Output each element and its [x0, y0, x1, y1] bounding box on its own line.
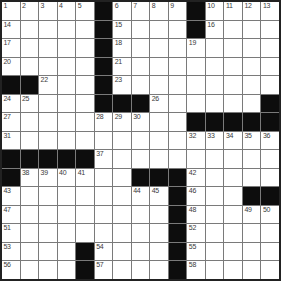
cell-r13c6[interactable]: [95, 224, 113, 242]
clue-number-16: 16: [207, 21, 214, 29]
cell-r15c12[interactable]: [206, 261, 224, 279]
cell-r2c5[interactable]: [76, 21, 94, 39]
cell-r8c11[interactable]: 32: [187, 132, 205, 150]
cell-r8c5[interactable]: [76, 132, 94, 150]
cell-r12c6[interactable]: [95, 206, 113, 224]
cell-r3c9[interactable]: [150, 39, 168, 57]
cell-r7c9[interactable]: [150, 113, 168, 131]
clue-number-4: 4: [59, 2, 63, 10]
cell-r15c7[interactable]: [113, 261, 131, 279]
cell-r3c8[interactable]: [132, 39, 150, 57]
cell-r8c15[interactable]: 36: [261, 132, 279, 150]
cell-r11c5[interactable]: [76, 187, 94, 205]
clue-number-2: 2: [22, 2, 26, 10]
cell-r10c7[interactable]: [113, 169, 131, 187]
cell-r15c15[interactable]: [261, 261, 279, 279]
cell-r1c2[interactable]: 2: [21, 2, 39, 20]
cell-r12c12[interactable]: [206, 206, 224, 224]
clue-number-58: 58: [189, 261, 196, 269]
cell-r4c1[interactable]: 20: [2, 58, 20, 76]
cell-r1c3[interactable]: 3: [39, 2, 57, 20]
clue-number-3: 3: [41, 2, 45, 10]
cell-r12c5[interactable]: [76, 206, 94, 224]
black-cell-r15c10: [169, 261, 187, 279]
cell-r11c6[interactable]: [95, 187, 113, 205]
cell-r10c11[interactable]: 42: [187, 169, 205, 187]
cell-r5c4[interactable]: [58, 76, 76, 94]
clue-number-23: 23: [115, 76, 122, 84]
cell-r9c10[interactable]: [169, 150, 187, 168]
clue-number-22: 22: [41, 76, 48, 84]
cell-r1c7[interactable]: 6: [113, 2, 131, 20]
cell-r12c9[interactable]: [150, 206, 168, 224]
clue-number-8: 8: [152, 2, 156, 10]
cell-r5c13[interactable]: [224, 76, 242, 94]
cell-r2c9[interactable]: [150, 21, 168, 39]
black-cell-r10c1: [2, 169, 20, 187]
cell-r6c1[interactable]: 24: [2, 95, 20, 113]
cell-r11c3[interactable]: [39, 187, 57, 205]
clue-number-6: 6: [115, 2, 119, 10]
cell-r9c15[interactable]: [261, 150, 279, 168]
clue-number-34: 34: [226, 132, 233, 140]
clue-number-47: 47: [4, 206, 11, 214]
clue-number-28: 28: [96, 113, 103, 121]
cell-r2c2[interactable]: [21, 21, 39, 39]
cell-r13c4[interactable]: [58, 224, 76, 242]
cell-r4c14[interactable]: [243, 58, 261, 76]
cell-r12c3[interactable]: [39, 206, 57, 224]
cell-r10c3[interactable]: 39: [39, 169, 57, 187]
clue-number-5: 5: [78, 2, 82, 10]
clue-number-38: 38: [22, 169, 29, 177]
black-cell-r14c10: [169, 243, 187, 261]
cell-r14c7[interactable]: [113, 243, 131, 261]
clue-number-27: 27: [4, 113, 11, 121]
clue-number-51: 51: [4, 224, 11, 232]
cell-r12c11[interactable]: 48: [187, 206, 205, 224]
clue-number-44: 44: [133, 187, 140, 195]
clue-number-24: 24: [4, 95, 11, 103]
black-cell-r4c6: [95, 58, 113, 76]
black-cell-r6c8: [132, 95, 150, 113]
cell-r13c12[interactable]: [206, 224, 224, 242]
clue-number-56: 56: [4, 261, 11, 269]
cell-r7c4[interactable]: [58, 113, 76, 131]
black-cell-r7c14: [243, 113, 261, 131]
cell-r15c8[interactable]: [132, 261, 150, 279]
cell-r14c8[interactable]: [132, 243, 150, 261]
cell-r13c14[interactable]: [243, 224, 261, 242]
cell-r11c1[interactable]: 43: [2, 187, 20, 205]
cell-r13c3[interactable]: [39, 224, 57, 242]
clue-number-31: 31: [4, 132, 11, 140]
cell-r14c9[interactable]: [150, 243, 168, 261]
black-cell-r1c6: [95, 2, 113, 20]
cell-r9c12[interactable]: [206, 150, 224, 168]
clue-number-54: 54: [96, 243, 103, 251]
black-cell-r7c12: [206, 113, 224, 131]
cell-r8c12[interactable]: 33: [206, 132, 224, 150]
cell-r12c1[interactable]: 47: [2, 206, 20, 224]
black-cell-r9c1: [2, 150, 20, 168]
cell-r10c6[interactable]: [95, 169, 113, 187]
cell-r15c3[interactable]: [39, 261, 57, 279]
cell-r5c8[interactable]: [132, 76, 150, 94]
cell-r9c8[interactable]: [132, 150, 150, 168]
cell-r10c5[interactable]: 41: [76, 169, 94, 187]
cell-r5c5[interactable]: [76, 76, 94, 94]
cell-r1c1[interactable]: 1: [2, 2, 20, 20]
cell-r14c12[interactable]: [206, 243, 224, 261]
clue-number-30: 30: [133, 113, 140, 121]
cell-r8c14[interactable]: 35: [243, 132, 261, 150]
black-cell-r6c15: [261, 95, 279, 113]
cell-r11c12[interactable]: [206, 187, 224, 205]
cell-r13c9[interactable]: [150, 224, 168, 242]
cell-r3c10[interactable]: [169, 39, 187, 57]
cell-r2c12[interactable]: 16: [206, 21, 224, 39]
cell-r12c14[interactable]: 49: [243, 206, 261, 224]
cell-r13c15[interactable]: [261, 224, 279, 242]
cell-r12c13[interactable]: [224, 206, 242, 224]
cell-r6c3[interactable]: [39, 95, 57, 113]
black-cell-r7c15: [261, 113, 279, 131]
cell-r2c13[interactable]: [224, 21, 242, 39]
clue-number-40: 40: [59, 169, 66, 177]
cell-r3c13[interactable]: [224, 39, 242, 57]
clue-number-43: 43: [4, 187, 11, 195]
black-cell-r10c8: [132, 169, 150, 187]
cell-r7c8[interactable]: 30: [132, 113, 150, 131]
cell-r6c5[interactable]: [76, 95, 94, 113]
cell-r14c15[interactable]: [261, 243, 279, 261]
cell-r13c1[interactable]: 51: [2, 224, 20, 242]
cell-r8c10[interactable]: [169, 132, 187, 150]
cell-r2c1[interactable]: 14: [2, 21, 20, 39]
crossword-board: 1234567891011121314151617181920212223242…: [0, 0, 281, 281]
cell-r14c14[interactable]: [243, 243, 261, 261]
cell-r12c15[interactable]: 50: [261, 206, 279, 224]
cell-r10c4[interactable]: 40: [58, 169, 76, 187]
cell-r10c2[interactable]: 38: [21, 169, 39, 187]
cell-r14c3[interactable]: [39, 243, 57, 261]
cell-r3c3[interactable]: [39, 39, 57, 57]
black-cell-r9c3: [39, 150, 57, 168]
cell-r15c13[interactable]: [224, 261, 242, 279]
cell-r9c6[interactable]: 37: [95, 150, 113, 168]
cell-r2c15[interactable]: [261, 21, 279, 39]
cell-r11c11[interactable]: 46: [187, 187, 205, 205]
cell-r15c14[interactable]: [243, 261, 261, 279]
cell-r7c7[interactable]: 29: [113, 113, 131, 131]
cell-r3c5[interactable]: [76, 39, 94, 57]
cell-r4c5[interactable]: [76, 58, 94, 76]
cell-r8c13[interactable]: 34: [224, 132, 242, 150]
cell-r1c14[interactable]: 12: [243, 2, 261, 20]
clue-number-53: 53: [4, 243, 11, 251]
cell-r7c5[interactable]: [76, 113, 94, 131]
black-cell-r12c10: [169, 206, 187, 224]
cell-r14c4[interactable]: [58, 243, 76, 261]
clue-number-36: 36: [263, 132, 270, 140]
clue-number-21: 21: [115, 58, 122, 66]
black-cell-r13c10: [169, 224, 187, 242]
black-cell-r9c5: [76, 150, 94, 168]
cell-r10c13[interactable]: [224, 169, 242, 187]
cell-r6c10[interactable]: [169, 95, 187, 113]
cell-r14c13[interactable]: [224, 243, 242, 261]
clue-number-57: 57: [96, 261, 103, 269]
black-cell-r9c2: [21, 150, 39, 168]
clue-number-52: 52: [189, 224, 196, 232]
black-cell-r1c11: [187, 2, 205, 20]
cell-r10c15[interactable]: [261, 169, 279, 187]
black-cell-r6c6: [95, 95, 113, 113]
cell-r12c2[interactable]: [21, 206, 39, 224]
clue-number-18: 18: [115, 39, 122, 47]
cell-r1c12[interactable]: 10: [206, 2, 224, 20]
cell-r7c6[interactable]: 28: [95, 113, 113, 131]
cell-r8c3[interactable]: [39, 132, 57, 150]
clue-number-32: 32: [189, 132, 196, 140]
cell-r5c14[interactable]: [243, 76, 261, 94]
cell-r6c11[interactable]: [187, 95, 205, 113]
cell-r1c9[interactable]: 8: [150, 2, 168, 20]
cell-r5c12[interactable]: [206, 76, 224, 94]
cell-r4c9[interactable]: [150, 58, 168, 76]
cell-r8c8[interactable]: [132, 132, 150, 150]
black-cell-r11c15: [261, 187, 279, 205]
cell-r13c8[interactable]: [132, 224, 150, 242]
clue-number-7: 7: [133, 2, 137, 10]
clue-number-48: 48: [189, 206, 196, 214]
clue-number-20: 20: [4, 58, 11, 66]
cell-r6c4[interactable]: [58, 95, 76, 113]
cell-r6c12[interactable]: [206, 95, 224, 113]
cell-r10c14[interactable]: [243, 169, 261, 187]
cell-r7c2[interactable]: [21, 113, 39, 131]
black-cell-r7c11: [187, 113, 205, 131]
cell-r9c9[interactable]: [150, 150, 168, 168]
cell-r3c11[interactable]: 19: [187, 39, 205, 57]
cell-r9c13[interactable]: [224, 150, 242, 168]
cell-r12c7[interactable]: [113, 206, 131, 224]
cell-r2c4[interactable]: [58, 21, 76, 39]
cell-r5c7[interactable]: 23: [113, 76, 131, 94]
cell-r13c5[interactable]: [76, 224, 94, 242]
cell-r4c7[interactable]: 21: [113, 58, 131, 76]
cell-r6c9[interactable]: 26: [150, 95, 168, 113]
cell-r4c3[interactable]: [39, 58, 57, 76]
cell-r15c6[interactable]: 57: [95, 261, 113, 279]
clue-number-46: 46: [189, 187, 196, 195]
cell-r2c10[interactable]: [169, 21, 187, 39]
clue-number-41: 41: [78, 169, 85, 177]
cell-r11c13[interactable]: [224, 187, 242, 205]
cell-r11c4[interactable]: [58, 187, 76, 205]
cell-r15c9[interactable]: [150, 261, 168, 279]
cell-r2c8[interactable]: [132, 21, 150, 39]
clue-number-26: 26: [152, 95, 159, 103]
cell-r1c4[interactable]: 4: [58, 2, 76, 20]
cell-r13c13[interactable]: [224, 224, 242, 242]
cell-r3c2[interactable]: [21, 39, 39, 57]
cell-r6c13[interactable]: [224, 95, 242, 113]
cell-r9c11[interactable]: [187, 150, 205, 168]
black-cell-r5c6: [95, 76, 113, 94]
clue-number-35: 35: [244, 132, 251, 140]
cell-r8c6[interactable]: [95, 132, 113, 150]
cell-r5c15[interactable]: [261, 76, 279, 94]
cell-r1c8[interactable]: 7: [132, 2, 150, 20]
black-cell-r11c10: [169, 187, 187, 205]
cell-r9c14[interactable]: [243, 150, 261, 168]
black-cell-r2c6: [95, 21, 113, 39]
cell-r4c8[interactable]: [132, 58, 150, 76]
cell-r11c2[interactable]: [21, 187, 39, 205]
cell-r3c14[interactable]: [243, 39, 261, 57]
black-cell-r6c7: [113, 95, 131, 113]
cell-r4c2[interactable]: [21, 58, 39, 76]
cell-r11c7[interactable]: [113, 187, 131, 205]
black-cell-r5c2: [21, 76, 39, 94]
black-cell-r14c5: [76, 243, 94, 261]
black-cell-r11c14: [243, 187, 261, 205]
clue-number-29: 29: [115, 113, 122, 121]
clue-number-13: 13: [263, 2, 270, 10]
cell-r15c2[interactable]: [21, 261, 39, 279]
clue-number-17: 17: [4, 39, 11, 47]
cell-r5c9[interactable]: [150, 76, 168, 94]
black-cell-r3c6: [95, 39, 113, 57]
clue-number-11: 11: [226, 2, 233, 10]
clue-number-45: 45: [152, 187, 159, 195]
cell-r13c7[interactable]: [113, 224, 131, 242]
cell-r9c7[interactable]: [113, 150, 131, 168]
cell-r8c9[interactable]: [150, 132, 168, 150]
black-cell-r10c9: [150, 169, 168, 187]
black-cell-r9c4: [58, 150, 76, 168]
cell-r7c1[interactable]: 27: [2, 113, 20, 131]
clue-number-37: 37: [96, 150, 103, 158]
cell-r4c13[interactable]: [224, 58, 242, 76]
cell-r15c11[interactable]: 58: [187, 261, 205, 279]
clue-number-55: 55: [189, 243, 196, 251]
cell-r4c15[interactable]: [261, 58, 279, 76]
cell-r8c7[interactable]: [113, 132, 131, 150]
clue-number-33: 33: [207, 132, 214, 140]
cell-r11c9[interactable]: 45: [150, 187, 168, 205]
clue-number-1: 1: [4, 2, 8, 10]
cell-r6c14[interactable]: [243, 95, 261, 113]
cell-r4c12[interactable]: [206, 58, 224, 76]
cell-r7c3[interactable]: [39, 113, 57, 131]
cell-r1c5[interactable]: 5: [76, 2, 94, 20]
black-cell-r10c10: [169, 169, 187, 187]
cell-r1c10[interactable]: 9: [169, 2, 187, 20]
clue-number-10: 10: [207, 2, 214, 10]
clue-number-42: 42: [189, 169, 196, 177]
cell-r2c3[interactable]: [39, 21, 57, 39]
cell-r12c8[interactable]: [132, 206, 150, 224]
cell-r4c4[interactable]: [58, 58, 76, 76]
black-cell-r15c5: [76, 261, 94, 279]
cell-r13c2[interactable]: [21, 224, 39, 242]
cell-r14c2[interactable]: [21, 243, 39, 261]
cell-r3c15[interactable]: [261, 39, 279, 57]
cell-r8c2[interactable]: [21, 132, 39, 150]
cell-r10c12[interactable]: [206, 169, 224, 187]
cell-r15c4[interactable]: [58, 261, 76, 279]
cell-r3c12[interactable]: [206, 39, 224, 57]
cell-r14c11[interactable]: 55: [187, 243, 205, 261]
cell-r4c11[interactable]: [187, 58, 205, 76]
cell-r7c10[interactable]: [169, 113, 187, 131]
cell-r1c15[interactable]: 13: [261, 2, 279, 20]
clue-number-12: 12: [244, 2, 251, 10]
cell-r15c1[interactable]: 56: [2, 261, 20, 279]
cell-r13c11[interactable]: 52: [187, 224, 205, 242]
cell-r2c7[interactable]: 15: [113, 21, 131, 39]
cell-r4c10[interactable]: [169, 58, 187, 76]
cell-r14c1[interactable]: 53: [2, 243, 20, 261]
cell-r5c3[interactable]: 22: [39, 76, 57, 94]
cell-r12c4[interactable]: [58, 206, 76, 224]
cell-r1c13[interactable]: 11: [224, 2, 242, 20]
cell-r8c4[interactable]: [58, 132, 76, 150]
cell-r5c11[interactable]: [187, 76, 205, 94]
cell-r8c1[interactable]: 31: [2, 132, 20, 150]
cell-r3c7[interactable]: 18: [113, 39, 131, 57]
cell-r5c10[interactable]: [169, 76, 187, 94]
clue-number-9: 9: [170, 2, 174, 10]
cell-r3c1[interactable]: 17: [2, 39, 20, 57]
clue-number-50: 50: [263, 206, 270, 214]
cell-r6c2[interactable]: 25: [21, 95, 39, 113]
clue-number-49: 49: [244, 206, 251, 214]
clue-number-39: 39: [41, 169, 48, 177]
black-cell-r2c11: [187, 21, 205, 39]
cell-r2c14[interactable]: [243, 21, 261, 39]
black-cell-r5c1: [2, 76, 20, 94]
black-cell-r7c13: [224, 113, 242, 131]
clue-number-14: 14: [4, 21, 11, 29]
cell-r11c8[interactable]: 44: [132, 187, 150, 205]
clue-number-19: 19: [189, 39, 196, 47]
clue-number-25: 25: [22, 95, 29, 103]
clue-number-15: 15: [115, 21, 122, 29]
cell-r14c6[interactable]: 54: [95, 243, 113, 261]
cell-r3c4[interactable]: [58, 39, 76, 57]
